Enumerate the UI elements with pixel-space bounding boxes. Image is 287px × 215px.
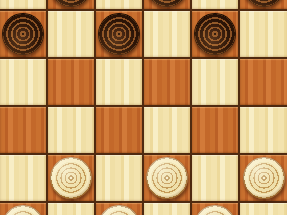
square-r3c0[interactable] bbox=[0, 107, 46, 153]
square-r4c0 bbox=[0, 155, 46, 201]
square-r4c1[interactable] bbox=[48, 155, 94, 201]
light-piece[interactable] bbox=[98, 205, 140, 215]
dark-piece[interactable] bbox=[50, 0, 92, 7]
square-r4c4 bbox=[192, 155, 238, 201]
square-r3c4[interactable] bbox=[192, 107, 238, 153]
square-r5c2[interactable] bbox=[96, 203, 142, 215]
square-r5c0[interactable] bbox=[0, 203, 46, 215]
dark-piece[interactable] bbox=[2, 13, 44, 55]
square-r0c1[interactable] bbox=[48, 0, 94, 9]
dark-piece[interactable] bbox=[146, 0, 188, 7]
square-r0c5[interactable] bbox=[240, 0, 287, 9]
square-r2c4 bbox=[192, 59, 238, 105]
square-r2c1[interactable] bbox=[48, 59, 94, 105]
dark-piece[interactable] bbox=[243, 0, 285, 7]
light-piece[interactable] bbox=[2, 205, 44, 215]
square-r1c0[interactable] bbox=[0, 11, 46, 57]
checkers-board-grid bbox=[0, 0, 287, 215]
square-r1c1 bbox=[48, 11, 94, 57]
square-r3c3 bbox=[144, 107, 190, 153]
square-r5c1 bbox=[48, 203, 94, 215]
square-r0c2 bbox=[96, 0, 142, 9]
light-piece[interactable] bbox=[50, 157, 92, 199]
square-r2c0 bbox=[0, 59, 46, 105]
square-r1c4[interactable] bbox=[192, 11, 238, 57]
square-r2c2 bbox=[96, 59, 142, 105]
square-r1c2[interactable] bbox=[96, 11, 142, 57]
square-r3c1 bbox=[48, 107, 94, 153]
square-r2c3[interactable] bbox=[144, 59, 190, 105]
dark-piece[interactable] bbox=[194, 13, 236, 55]
square-r4c3[interactable] bbox=[144, 155, 190, 201]
square-r3c5 bbox=[240, 107, 287, 153]
light-piece[interactable] bbox=[146, 157, 188, 199]
checkers-board bbox=[0, 0, 287, 215]
square-r1c3 bbox=[144, 11, 190, 57]
square-r0c3[interactable] bbox=[144, 0, 190, 9]
square-r2c5[interactable] bbox=[240, 59, 287, 105]
square-r0c0 bbox=[0, 0, 46, 9]
square-r0c4 bbox=[192, 0, 238, 9]
dark-piece[interactable] bbox=[98, 13, 140, 55]
square-r5c4[interactable] bbox=[192, 203, 238, 215]
square-r1c5 bbox=[240, 11, 287, 57]
light-piece[interactable] bbox=[243, 157, 285, 199]
square-r3c2[interactable] bbox=[96, 107, 142, 153]
square-r5c5 bbox=[240, 203, 287, 215]
square-r4c2 bbox=[96, 155, 142, 201]
light-piece[interactable] bbox=[194, 205, 236, 215]
square-r5c3 bbox=[144, 203, 190, 215]
square-r4c5[interactable] bbox=[240, 155, 287, 201]
